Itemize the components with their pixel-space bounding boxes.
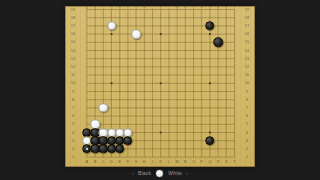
- stone-black: [205, 136, 215, 146]
- coord-number: 6: [72, 114, 74, 118]
- coord-number: 10: [71, 81, 75, 85]
- coord-number: 13: [71, 57, 75, 61]
- coord-letter: F: [127, 6, 129, 10]
- stone-white: [99, 103, 109, 113]
- coord-number: 10: [245, 81, 249, 85]
- turn-knob-icon[interactable]: [155, 169, 164, 178]
- coord-number: 14: [245, 49, 249, 53]
- turn-white-label: White: [168, 171, 182, 176]
- star-point: [209, 82, 211, 84]
- prev-move-icon[interactable]: ‹: [132, 170, 134, 176]
- coord-number: 1: [72, 155, 74, 159]
- coord-number: 5: [72, 122, 74, 126]
- coord-number: 8: [72, 98, 74, 102]
- coord-letter: D: [110, 6, 112, 10]
- coord-number: 4: [246, 131, 248, 135]
- coord-letter: H: [143, 160, 146, 164]
- turn-black-label: Black: [138, 171, 151, 176]
- star-point: [160, 131, 162, 133]
- coord-letter: E: [119, 6, 121, 10]
- stone-black: [115, 144, 125, 154]
- coord-letter: O: [192, 6, 194, 10]
- star-point: [160, 33, 162, 35]
- stone-white: [131, 29, 141, 39]
- star-point: [160, 82, 162, 84]
- coord-number: 14: [71, 49, 75, 53]
- coord-letter: K: [160, 6, 162, 10]
- coord-number: 2: [246, 147, 248, 151]
- coord-number: 3: [72, 139, 74, 143]
- coord-letter: R: [217, 160, 220, 164]
- coord-number: 11: [245, 73, 249, 77]
- coord-number: 7: [246, 106, 248, 110]
- coord-number: 15: [245, 40, 249, 44]
- last-move-marker-icon: [86, 148, 88, 150]
- coord-letter: S: [225, 160, 228, 164]
- coord-number: 17: [71, 24, 75, 28]
- coord-letter: M: [176, 6, 179, 10]
- coord-letter: A: [86, 6, 88, 10]
- coord-letter: T: [234, 6, 236, 10]
- turn-indicator: ‹ Black White ›: [132, 168, 188, 178]
- coord-number: 9: [72, 90, 74, 94]
- coord-number: 13: [245, 57, 249, 61]
- coord-letter: Q: [209, 6, 211, 10]
- coord-number: 6: [246, 114, 248, 118]
- coord-number: 5: [246, 122, 248, 126]
- coord-letter: A: [86, 160, 89, 164]
- coord-letter: N: [184, 6, 186, 10]
- coord-letter: M: [175, 160, 178, 164]
- coord-letter: L: [168, 6, 170, 10]
- coord-letter: P: [200, 160, 203, 164]
- coord-letter: B: [94, 160, 97, 164]
- star-point: [110, 82, 112, 84]
- coord-number: 12: [71, 65, 75, 69]
- coord-letter: J: [152, 6, 154, 10]
- coord-letter: F: [127, 160, 129, 164]
- star-point: [110, 33, 112, 35]
- coord-number: 1: [246, 155, 248, 159]
- coord-number: 2: [72, 147, 74, 151]
- stone-black: [123, 136, 133, 146]
- coord-letter: G: [135, 6, 137, 10]
- coord-letter: E: [118, 160, 121, 164]
- coord-letter: N: [184, 160, 187, 164]
- coord-number: 17: [245, 24, 249, 28]
- coord-number: 18: [71, 16, 75, 20]
- coord-letter: H: [143, 6, 145, 10]
- star-point: [209, 33, 211, 35]
- coord-number: 19: [71, 8, 75, 12]
- coord-number: 16: [245, 32, 249, 36]
- coord-number: 4: [72, 131, 74, 135]
- coord-letter: J: [152, 160, 154, 164]
- app-background: AABBCCDDEEFFGGHHJJKKLLMMNNOOPPQQRRSSTT19…: [0, 0, 320, 180]
- stone-white: [107, 21, 117, 31]
- coord-letter: O: [192, 160, 195, 164]
- next-move-icon[interactable]: ›: [186, 170, 188, 176]
- coord-letter: L: [168, 160, 170, 164]
- coord-letter: C: [102, 160, 105, 164]
- coord-letter: R: [217, 6, 219, 10]
- stone-black: [205, 21, 215, 31]
- coord-number: 3: [246, 139, 248, 143]
- coord-letter: Q: [208, 160, 211, 164]
- coord-number: 19: [245, 8, 249, 12]
- coord-number: 15: [71, 40, 75, 44]
- coord-letter: B: [94, 6, 96, 10]
- coord-letter: P: [201, 6, 203, 10]
- go-board[interactable]: AABBCCDDEEFFGGHHJJKKLLMMNNOOPPQQRRSSTT19…: [65, 6, 255, 167]
- coord-number: 12: [245, 65, 249, 69]
- coord-number: 18: [245, 16, 249, 20]
- coord-number: 11: [71, 73, 75, 77]
- coord-number: 8: [246, 98, 248, 102]
- coord-number: 9: [246, 90, 248, 94]
- stone-black: [213, 38, 223, 48]
- coord-letter: G: [135, 160, 138, 164]
- coord-number: 16: [71, 32, 75, 36]
- coord-letter: C: [102, 6, 104, 10]
- coord-number: 7: [72, 106, 74, 110]
- coord-letter: S: [225, 6, 227, 10]
- coord-letter: T: [233, 160, 235, 164]
- coord-letter: D: [110, 160, 113, 164]
- coord-letter: K: [159, 160, 162, 164]
- star-point: [209, 131, 211, 133]
